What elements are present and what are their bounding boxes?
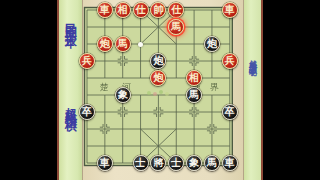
intersection: 車	[221, 155, 239, 172]
intersection: 馬	[167, 19, 185, 36]
left-caption-top: 民間手抄本	[62, 14, 79, 29]
intersection	[114, 104, 132, 121]
piece-black-elephant[interactable]: 象	[186, 155, 202, 171]
intersection	[78, 2, 96, 19]
intersection	[78, 121, 96, 138]
intersection	[78, 19, 96, 36]
intersection	[132, 19, 150, 36]
right-caption-panel: 然后黑方怎么下手呢	[243, 0, 263, 180]
intersection: 炮	[96, 36, 114, 53]
piece-red-advisor[interactable]: 仕	[133, 2, 149, 18]
intersection	[114, 53, 132, 70]
intersection: 仕	[167, 2, 185, 19]
piece-red-cannon[interactable]: 炮	[97, 36, 113, 52]
piece-red-horse[interactable]: 馬	[168, 19, 184, 35]
piece-red-advisor[interactable]: 仕	[168, 2, 184, 18]
piece-red-elephant[interactable]: 相	[115, 2, 131, 18]
intersection	[167, 87, 185, 104]
intersection: 象	[114, 87, 132, 104]
intersection	[185, 53, 203, 70]
intersection	[167, 36, 185, 53]
intersection: 士	[132, 155, 150, 172]
intersection	[78, 70, 96, 87]
intersection	[96, 19, 114, 36]
intersection	[132, 121, 150, 138]
piece-black-cannon[interactable]: 炮	[204, 36, 220, 52]
intersection: 炮	[149, 53, 167, 70]
intersection	[78, 138, 96, 155]
piece-black-advisor[interactable]: 士	[168, 155, 184, 171]
right-caption: 然后黑方怎么下手呢	[247, 54, 258, 63]
piece-black-chariot[interactable]: 車	[97, 155, 113, 171]
intersection: 相	[114, 2, 132, 19]
intersection	[203, 2, 221, 19]
piece-red-horse[interactable]: 馬	[115, 36, 131, 52]
intersection	[203, 19, 221, 36]
intersection	[96, 138, 114, 155]
intersection: 兵	[78, 53, 96, 70]
intersection	[185, 36, 203, 53]
piece-red-cannon[interactable]: 炮	[150, 70, 166, 86]
intersection	[96, 53, 114, 70]
intersection	[221, 121, 239, 138]
intersection: 馬	[203, 155, 221, 172]
intersection	[149, 121, 167, 138]
intersection: 仕	[132, 2, 150, 19]
intersection	[149, 104, 167, 121]
intersection: 士	[167, 155, 185, 172]
piece-red-general[interactable]: 帥	[150, 2, 166, 18]
intersection	[132, 104, 150, 121]
intersection	[167, 121, 185, 138]
xiangqi-board: 楚河 漢界 車相仕帥仕車馬炮馬炮兵炮兵炮相象馬卒卒車士將士象馬車	[83, 0, 243, 180]
intersection: 將	[149, 155, 167, 172]
intersection	[221, 138, 239, 155]
intersection	[114, 138, 132, 155]
intersection: 車	[96, 155, 114, 172]
intersection	[203, 104, 221, 121]
intersection	[185, 2, 203, 19]
intersection: 馬	[114, 36, 132, 53]
intersection: 炮	[149, 70, 167, 87]
intersection	[185, 104, 203, 121]
intersection	[78, 87, 96, 104]
intersection	[167, 104, 185, 121]
piece-red-elephant[interactable]: 相	[186, 70, 202, 86]
piece-red-chariot[interactable]: 車	[97, 2, 113, 18]
piece-black-cannon[interactable]: 炮	[150, 53, 166, 69]
intersection	[185, 19, 203, 36]
intersection: 車	[221, 2, 239, 19]
intersection: 象	[185, 155, 203, 172]
intersection	[114, 19, 132, 36]
intersection	[149, 19, 167, 36]
intersection	[114, 121, 132, 138]
piece-black-horse[interactable]: 馬	[186, 87, 202, 103]
last-move-origin-dot	[138, 42, 143, 47]
intersection	[149, 138, 167, 155]
piece-black-soldier[interactable]: 卒	[79, 104, 95, 120]
piece-red-soldier[interactable]: 兵	[222, 53, 238, 69]
intersection	[149, 36, 167, 53]
intersection	[78, 36, 96, 53]
intersection	[132, 53, 150, 70]
intersection: 帥	[149, 2, 167, 19]
intersection	[203, 138, 221, 155]
intersection	[167, 138, 185, 155]
intersection: 車	[96, 2, 114, 19]
piece-black-horse[interactable]: 馬	[204, 155, 220, 171]
piece-red-chariot[interactable]: 車	[222, 2, 238, 18]
intersection	[221, 19, 239, 36]
intersection	[96, 121, 114, 138]
intersection	[167, 70, 185, 87]
piece-black-elephant[interactable]: 象	[115, 87, 131, 103]
left-caption-bottom: 超級模仿棋	[62, 97, 79, 112]
intersection	[132, 138, 150, 155]
piece-black-chariot[interactable]: 車	[222, 155, 238, 171]
piece-red-soldier[interactable]: 兵	[79, 53, 95, 69]
intersection	[114, 155, 132, 172]
intersection	[203, 121, 221, 138]
piece-black-soldier[interactable]: 卒	[222, 104, 238, 120]
intersection: 卒	[221, 104, 239, 121]
intersection	[185, 138, 203, 155]
intersection	[167, 53, 185, 70]
intersection: 炮	[203, 36, 221, 53]
intersection: 兵	[221, 53, 239, 70]
intersection	[221, 36, 239, 53]
piece-black-general[interactable]: 將	[150, 155, 166, 171]
intersection	[78, 155, 96, 172]
video-frame: 民間手抄本 超級模仿棋 楚河 漢界 車相仕帥仕車馬炮馬炮兵炮兵炮相象馬卒卒車士將…	[0, 0, 320, 180]
intersection	[96, 104, 114, 121]
intersection	[149, 87, 167, 104]
piece-black-advisor[interactable]: 士	[133, 155, 149, 171]
intersection	[203, 53, 221, 70]
intersection	[132, 36, 150, 53]
intersection	[185, 121, 203, 138]
intersection: 卒	[78, 104, 96, 121]
